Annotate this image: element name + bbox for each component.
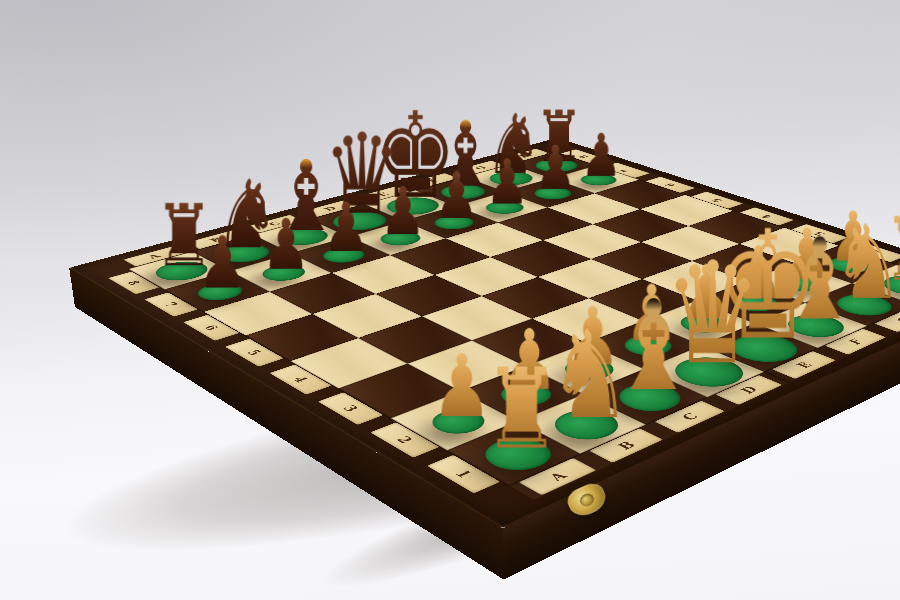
piece-glyph: ♜: [322, 354, 723, 465]
piece-glyph: ♟: [63, 227, 382, 299]
studio-backdrop: ABCDEFGH ABCDEFGH 87654321 87654321 ♜♞♝♛…: [0, 0, 900, 600]
